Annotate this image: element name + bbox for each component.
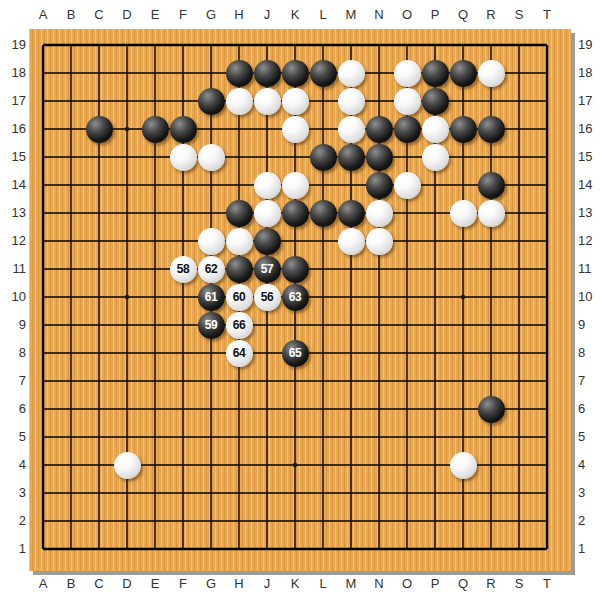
black-stone-J12[interactable] <box>254 228 281 255</box>
row-label: 7 <box>0 367 26 395</box>
column-label: F <box>169 5 197 25</box>
white-stone-Q13[interactable] <box>450 200 477 227</box>
white-stone-G11[interactable]: 62 <box>198 256 225 283</box>
row-label: 1 <box>578 535 600 563</box>
black-stone-G9[interactable]: 59 <box>198 312 225 339</box>
column-label: C <box>85 574 113 594</box>
column-label: E <box>141 5 169 25</box>
black-stone-K13[interactable] <box>282 200 309 227</box>
row-label: 12 <box>0 227 26 255</box>
row-label: 11 <box>578 255 600 283</box>
white-stone-N12[interactable] <box>366 228 393 255</box>
white-stone-M18[interactable] <box>338 60 365 87</box>
move-number: 58 <box>170 256 197 283</box>
black-stone-H13[interactable] <box>226 200 253 227</box>
black-stone-M15[interactable] <box>338 144 365 171</box>
row-label: 7 <box>578 367 600 395</box>
white-stone-F11[interactable]: 58 <box>170 256 197 283</box>
row-labels-left: 19181716151413121110987654321 <box>0 31 26 563</box>
column-label: A <box>29 574 57 594</box>
white-stone-R18[interactable] <box>478 60 505 87</box>
column-label: H <box>225 5 253 25</box>
column-label: R <box>477 574 505 594</box>
stones-grid[interactable]: 5862576160566359666465 <box>29 31 561 563</box>
row-label: 8 <box>0 339 26 367</box>
black-stone-R16[interactable] <box>478 116 505 143</box>
column-label: E <box>141 574 169 594</box>
column-label: S <box>505 574 533 594</box>
row-label: 12 <box>578 227 600 255</box>
row-label: 10 <box>0 283 26 311</box>
black-stone-N16[interactable] <box>366 116 393 143</box>
column-labels-top: ABCDEFGHJKLMNOPQRST <box>29 5 561 25</box>
row-label: 11 <box>0 255 26 283</box>
row-label: 6 <box>0 395 26 423</box>
black-stone-N14[interactable] <box>366 172 393 199</box>
white-stone-H17[interactable] <box>226 88 253 115</box>
black-stone-H18[interactable] <box>226 60 253 87</box>
column-label: H <box>225 574 253 594</box>
move-number: 60 <box>226 284 253 311</box>
column-label: T <box>533 574 561 594</box>
move-number: 56 <box>254 284 281 311</box>
move-number: 57 <box>254 256 281 283</box>
row-label: 5 <box>578 423 600 451</box>
white-stone-K17[interactable] <box>282 88 309 115</box>
column-label: A <box>29 5 57 25</box>
column-label: L <box>309 5 337 25</box>
white-stone-N13[interactable] <box>366 200 393 227</box>
white-stone-O17[interactable] <box>394 88 421 115</box>
row-label: 13 <box>0 199 26 227</box>
row-labels-right: 19181716151413121110987654321 <box>578 31 600 563</box>
white-stone-H10[interactable]: 60 <box>226 284 253 311</box>
white-stone-J14[interactable] <box>254 172 281 199</box>
white-stone-K16[interactable] <box>282 116 309 143</box>
move-number: 66 <box>226 312 253 339</box>
column-label: O <box>393 5 421 25</box>
white-stone-P15[interactable] <box>422 144 449 171</box>
move-number: 63 <box>282 284 309 311</box>
row-label: 1 <box>0 535 26 563</box>
white-stone-J13[interactable] <box>254 200 281 227</box>
column-label: M <box>337 5 365 25</box>
black-stone-G17[interactable] <box>198 88 225 115</box>
black-stone-Q18[interactable] <box>450 60 477 87</box>
row-label: 14 <box>578 171 600 199</box>
move-number: 59 <box>198 312 225 339</box>
row-label: 17 <box>578 87 600 115</box>
column-label: G <box>197 5 225 25</box>
column-label: Q <box>449 574 477 594</box>
move-number: 61 <box>198 284 225 311</box>
black-stone-G10[interactable]: 61 <box>198 284 225 311</box>
white-stone-P16[interactable] <box>422 116 449 143</box>
white-stone-R13[interactable] <box>478 200 505 227</box>
column-label: C <box>85 5 113 25</box>
column-label: P <box>421 574 449 594</box>
black-stone-L15[interactable] <box>310 144 337 171</box>
row-label: 9 <box>0 311 26 339</box>
white-stone-M12[interactable] <box>338 228 365 255</box>
column-label: P <box>421 5 449 25</box>
white-stone-F15[interactable] <box>170 144 197 171</box>
column-label: R <box>477 5 505 25</box>
row-label: 16 <box>578 115 600 143</box>
row-label: 4 <box>578 451 600 479</box>
column-label: N <box>365 574 393 594</box>
black-stone-K18[interactable] <box>282 60 309 87</box>
white-stone-D4[interactable] <box>114 452 141 479</box>
column-label: N <box>365 5 393 25</box>
column-label: B <box>57 574 85 594</box>
column-label: D <box>113 574 141 594</box>
black-stone-J18[interactable] <box>254 60 281 87</box>
column-labels-bottom: ABCDEFGHJKLMNOPQRST <box>29 574 561 594</box>
white-stone-J10[interactable]: 56 <box>254 284 281 311</box>
black-stone-J11[interactable]: 57 <box>254 256 281 283</box>
row-label: 15 <box>0 143 26 171</box>
black-stone-L13[interactable] <box>310 200 337 227</box>
white-stone-Q4[interactable] <box>450 452 477 479</box>
column-label: M <box>337 574 365 594</box>
column-label: D <box>113 5 141 25</box>
row-label: 10 <box>578 283 600 311</box>
row-label: 5 <box>0 423 26 451</box>
row-label: 17 <box>0 87 26 115</box>
row-label: 3 <box>578 479 600 507</box>
move-number: 64 <box>226 340 253 367</box>
row-label: 19 <box>578 31 600 59</box>
white-stone-O18[interactable] <box>394 60 421 87</box>
black-stone-C16[interactable] <box>86 116 113 143</box>
move-number: 62 <box>198 256 225 283</box>
column-label: J <box>253 5 281 25</box>
go-diagram-page: ABCDEFGHJKLMNOPQRST 19181716151413121110… <box>0 0 600 600</box>
black-stone-K11[interactable] <box>282 256 309 283</box>
row-label: 3 <box>0 479 26 507</box>
row-label: 19 <box>0 31 26 59</box>
column-label: F <box>169 574 197 594</box>
column-label: J <box>253 574 281 594</box>
row-label: 14 <box>0 171 26 199</box>
white-stone-K14[interactable] <box>282 172 309 199</box>
black-stone-N15[interactable] <box>366 144 393 171</box>
white-stone-J17[interactable] <box>254 88 281 115</box>
column-label: K <box>281 574 309 594</box>
move-number: 65 <box>282 340 309 367</box>
black-stone-H11[interactable] <box>226 256 253 283</box>
row-label: 9 <box>578 311 600 339</box>
black-stone-R14[interactable] <box>478 172 505 199</box>
white-stone-G15[interactable] <box>198 144 225 171</box>
white-stone-M16[interactable] <box>338 116 365 143</box>
row-label: 2 <box>0 507 26 535</box>
column-label: L <box>309 574 337 594</box>
black-stone-K8[interactable]: 65 <box>282 340 309 367</box>
column-label: B <box>57 5 85 25</box>
white-stone-H9[interactable]: 66 <box>226 312 253 339</box>
black-stone-R6[interactable] <box>478 396 505 423</box>
white-stone-H8[interactable]: 64 <box>226 340 253 367</box>
white-stone-M17[interactable] <box>338 88 365 115</box>
row-label: 2 <box>578 507 600 535</box>
white-stone-O14[interactable] <box>394 172 421 199</box>
row-label: 4 <box>0 451 26 479</box>
black-stone-P17[interactable] <box>422 88 449 115</box>
black-stone-F16[interactable] <box>170 116 197 143</box>
black-stone-E16[interactable] <box>142 116 169 143</box>
black-stone-K10[interactable]: 63 <box>282 284 309 311</box>
row-label: 15 <box>578 143 600 171</box>
column-label: T <box>533 5 561 25</box>
column-label: G <box>197 574 225 594</box>
column-label: O <box>393 574 421 594</box>
black-stone-L18[interactable] <box>310 60 337 87</box>
row-label: 6 <box>578 395 600 423</box>
black-stone-Q16[interactable] <box>450 116 477 143</box>
white-stone-G12[interactable] <box>198 228 225 255</box>
white-stone-H12[interactable] <box>226 228 253 255</box>
row-label: 8 <box>578 339 600 367</box>
black-stone-O16[interactable] <box>394 116 421 143</box>
row-label: 13 <box>578 199 600 227</box>
column-label: Q <box>449 5 477 25</box>
black-stone-P18[interactable] <box>422 60 449 87</box>
row-label: 18 <box>0 59 26 87</box>
black-stone-M13[interactable] <box>338 200 365 227</box>
column-label: S <box>505 5 533 25</box>
row-label: 18 <box>578 59 600 87</box>
column-label: K <box>281 5 309 25</box>
row-label: 16 <box>0 115 26 143</box>
go-board[interactable]: 5862576160566359666465 <box>29 29 571 571</box>
